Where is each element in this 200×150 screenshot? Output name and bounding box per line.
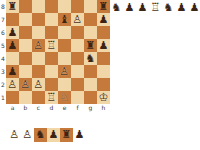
square-g8[interactable] <box>84 0 97 13</box>
white-rook-d1[interactable]: ♖ <box>45 91 58 104</box>
square-c3[interactable] <box>32 65 45 78</box>
square-c6[interactable] <box>32 26 45 39</box>
white-rook-d5[interactable]: ♖ <box>45 39 58 52</box>
tray-top-slot-1: ♟ <box>123 1 136 14</box>
square-a8[interactable]: ♜ <box>6 0 19 13</box>
black-rook-a8[interactable]: ♜ <box>6 0 19 13</box>
square-h5[interactable]: ♟ <box>97 39 110 52</box>
spare-black-pawn[interactable]: ♟ <box>175 1 188 14</box>
square-c5[interactable]: ♙ <box>32 39 45 52</box>
tray-top-slot-5: ♟ <box>175 1 188 14</box>
white-pawn-b2[interactable]: ♙ <box>19 78 32 91</box>
square-a2[interactable]: ♙ <box>6 78 19 91</box>
white-king-h1[interactable]: ♔ <box>97 91 110 104</box>
square-h4[interactable] <box>97 52 110 65</box>
spare-black-pawn[interactable]: ♟ <box>73 128 86 142</box>
tray-bottom-slot-5: ♟ <box>73 128 86 142</box>
square-f8[interactable] <box>71 0 84 13</box>
tray-top-slot-4: ♞ <box>162 1 175 14</box>
white-knight-e1[interactable]: ♘ <box>58 91 71 104</box>
square-b7[interactable] <box>19 13 32 26</box>
square-a6[interactable]: ♟ <box>6 26 19 39</box>
square-d8[interactable] <box>45 0 58 13</box>
square-h8[interactable]: ♜ <box>97 0 110 13</box>
square-e4[interactable] <box>58 52 71 65</box>
square-e7[interactable]: ♝ <box>58 13 71 26</box>
file-label-b: b <box>19 104 32 112</box>
square-e1[interactable]: ♘ <box>58 91 71 104</box>
file-label-e: e <box>58 104 71 112</box>
square-b2[interactable]: ♙ <box>19 78 32 91</box>
file-label-g: g <box>84 104 97 112</box>
black-pawn-a3[interactable]: ♟ <box>6 65 19 78</box>
square-d3[interactable] <box>45 65 58 78</box>
square-b6[interactable] <box>19 26 32 39</box>
square-h3[interactable] <box>97 65 110 78</box>
square-g4[interactable]: ♞ <box>84 52 97 65</box>
black-pawn-h5[interactable]: ♟ <box>97 39 110 52</box>
spare-pieces-tray-bottom: ♙♙♞♟♜♟ <box>8 128 86 142</box>
square-f6[interactable] <box>71 26 84 39</box>
square-b1[interactable] <box>19 91 32 104</box>
square-f7[interactable]: ♙ <box>71 13 84 26</box>
square-g1[interactable] <box>84 91 97 104</box>
spare-black-pawn[interactable]: ♟ <box>123 1 136 14</box>
square-a4[interactable] <box>6 52 19 65</box>
white-pawn-f7[interactable]: ♙ <box>71 13 84 26</box>
square-a5[interactable]: ♟ <box>6 39 19 52</box>
file-label-c: c <box>32 104 45 112</box>
tray-top-slot-3: ♖ <box>149 1 162 14</box>
square-h6[interactable] <box>97 26 110 39</box>
square-h7[interactable]: ♟ <box>97 13 110 26</box>
spare-black-knight[interactable]: ♞ <box>110 1 123 14</box>
black-pawn-h7[interactable]: ♟ <box>97 13 110 26</box>
square-d2[interactable] <box>45 78 58 91</box>
spare-black-pawn[interactable]: ♟ <box>188 1 200 14</box>
tray-bottom-slot-3: ♟ <box>47 128 60 142</box>
square-e2[interactable] <box>58 78 71 91</box>
square-e6[interactable] <box>58 26 71 39</box>
square-g2[interactable] <box>84 78 97 91</box>
square-g7[interactable] <box>84 13 97 26</box>
square-d1[interactable]: ♖ <box>45 91 58 104</box>
square-f1[interactable] <box>71 91 84 104</box>
square-d4[interactable] <box>45 52 58 65</box>
square-a3[interactable]: ♟ <box>6 65 19 78</box>
square-b3[interactable] <box>19 65 32 78</box>
tray-bottom-slot-1: ♙ <box>21 128 34 142</box>
square-g6[interactable] <box>84 26 97 39</box>
square-e3[interactable]: ♙ <box>58 65 71 78</box>
square-b5[interactable] <box>19 39 32 52</box>
square-c7[interactable] <box>32 13 45 26</box>
file-label-f: f <box>71 104 84 112</box>
spare-white-rook[interactable]: ♖ <box>149 1 162 14</box>
tray-top-slot-2: ♟ <box>136 1 149 14</box>
spare-black-pawn[interactable]: ♟ <box>47 128 60 142</box>
file-label-d: d <box>45 104 58 112</box>
square-e8[interactable] <box>58 0 71 13</box>
white-pawn-c5[interactable]: ♙ <box>32 39 45 52</box>
spare-white-pawn[interactable]: ♙ <box>8 128 21 142</box>
square-c4[interactable] <box>32 52 45 65</box>
tray-top-slot-6: ♟ <box>188 1 200 14</box>
square-f4[interactable] <box>71 52 84 65</box>
black-knight-g4[interactable]: ♞ <box>84 52 97 65</box>
square-c1[interactable] <box>32 91 45 104</box>
file-label-h: h <box>97 104 110 112</box>
spare-white-pawn[interactable]: ♙ <box>21 128 34 142</box>
tray-top-slot-0: ♞ <box>110 1 123 14</box>
spare-black-pawn[interactable]: ♟ <box>136 1 149 14</box>
black-rook-g5[interactable]: ♜ <box>84 39 97 52</box>
tray-bottom-slot-0: ♙ <box>8 128 21 142</box>
spare-black-rook[interactable]: ♜ <box>60 128 73 142</box>
spare-black-knight[interactable]: ♞ <box>162 1 175 14</box>
square-g3[interactable] <box>84 65 97 78</box>
square-h2[interactable] <box>97 78 110 91</box>
white-pawn-e3[interactable]: ♙ <box>58 65 71 78</box>
spare-black-knight[interactable]: ♞ <box>34 128 47 142</box>
file-labels: abcdefgh <box>6 104 110 112</box>
spare-pieces-tray-top: ♞♟♟♖♞♟♟ <box>110 1 200 14</box>
square-c8[interactable] <box>32 0 45 13</box>
square-f3[interactable] <box>71 65 84 78</box>
square-d6[interactable] <box>45 26 58 39</box>
square-c2[interactable]: ♙ <box>32 78 45 91</box>
tray-bottom-slot-4: ♜ <box>60 128 73 142</box>
square-d5[interactable]: ♖ <box>45 39 58 52</box>
square-a7[interactable] <box>6 13 19 26</box>
square-f5[interactable] <box>71 39 84 52</box>
black-rook-h8[interactable]: ♜ <box>97 0 110 13</box>
square-b8[interactable] <box>19 0 32 13</box>
black-pawn-a6[interactable]: ♟ <box>6 26 19 39</box>
square-g5[interactable]: ♜ <box>84 39 97 52</box>
square-f2[interactable] <box>71 78 84 91</box>
chess-board: ♜♜♝♙♟♟♟♙♖♜♟♞♟♙♙♙♙♖♘♔ <box>6 0 110 104</box>
black-bishop-e7[interactable]: ♝ <box>58 13 71 26</box>
square-e5[interactable] <box>58 39 71 52</box>
square-a1[interactable] <box>6 91 19 104</box>
file-label-a: a <box>6 104 19 112</box>
white-pawn-a2[interactable]: ♙ <box>6 78 19 91</box>
square-b4[interactable] <box>19 52 32 65</box>
square-d7[interactable] <box>45 13 58 26</box>
square-h1[interactable]: ♔ <box>97 91 110 104</box>
tray-bottom-slot-2: ♞ <box>34 128 47 142</box>
white-pawn-c2[interactable]: ♙ <box>32 78 45 91</box>
black-pawn-a5[interactable]: ♟ <box>6 39 19 52</box>
